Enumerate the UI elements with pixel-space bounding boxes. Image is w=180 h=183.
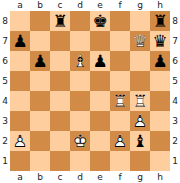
- rank-label-right-7: 7: [170, 31, 180, 51]
- square-e5[interactable]: [90, 71, 110, 91]
- piece-white-pawn[interactable]: ♟♙: [110, 131, 130, 151]
- rank-label-right-5: 5: [170, 71, 180, 91]
- square-d3[interactable]: [70, 111, 90, 131]
- square-g8[interactable]: [130, 11, 150, 31]
- file-label-bottom-b: b: [30, 171, 50, 183]
- rank-label-left-6: 6: [0, 51, 10, 71]
- square-c3[interactable]: [50, 111, 70, 131]
- square-b5[interactable]: [30, 71, 50, 91]
- rank-label-left-7: 7: [0, 31, 10, 51]
- piece-white-queen[interactable]: ♛♕: [130, 31, 150, 51]
- square-e8[interactable]: ♚: [90, 11, 110, 31]
- board-corner-spacer: [0, 0, 10, 11]
- square-f3[interactable]: [110, 111, 130, 131]
- rank-label-left-1: 1: [0, 151, 10, 171]
- square-g3[interactable]: ♟♙: [130, 111, 150, 131]
- square-a1[interactable]: [10, 151, 30, 171]
- piece-white-king[interactable]: ♚♔: [70, 131, 90, 151]
- piece-white-rook-outline: ♖: [110, 91, 130, 111]
- rank-label-left-2: 2: [0, 131, 10, 151]
- square-h5[interactable]: [150, 71, 170, 91]
- square-d2[interactable]: ♚♔: [70, 131, 90, 151]
- piece-white-queen-outline: ♕: [130, 31, 150, 51]
- square-f6[interactable]: [110, 51, 130, 71]
- piece-white-pawn[interactable]: ♟♙: [10, 131, 30, 151]
- piece-white-bishop[interactable]: ♝♗: [70, 51, 90, 71]
- square-g5[interactable]: [130, 71, 150, 91]
- square-f5[interactable]: [110, 71, 130, 91]
- file-label-top-g: g: [130, 0, 150, 11]
- chess-board: abcdefgh8♜♚♜87♟♛♕♛76♟♝♗♟♟6554♜♖♜♖43♟♙32♟…: [0, 0, 180, 183]
- piece-black-pawn[interactable]: ♟: [152, 53, 167, 70]
- piece-white-pawn-outline: ♙: [110, 131, 130, 151]
- piece-white-pawn-outline: ♙: [10, 131, 30, 151]
- square-h7[interactable]: ♛: [150, 31, 170, 51]
- file-label-bottom-g: g: [130, 171, 150, 183]
- square-e2[interactable]: [90, 131, 110, 151]
- piece-white-bishop-outline: ♗: [70, 51, 90, 71]
- file-label-top-h: h: [150, 0, 170, 11]
- square-e7[interactable]: [90, 31, 110, 51]
- square-a8[interactable]: [10, 11, 30, 31]
- piece-white-rook[interactable]: ♜♖: [110, 91, 130, 111]
- piece-black-bishop[interactable]: ♝: [132, 133, 147, 150]
- piece-black-rook[interactable]: ♜: [52, 13, 67, 30]
- square-f1[interactable]: [110, 151, 130, 171]
- square-e1[interactable]: [90, 151, 110, 171]
- square-b3[interactable]: [30, 111, 50, 131]
- file-label-bottom-h: h: [150, 171, 170, 183]
- piece-white-pawn-outline: ♙: [130, 111, 150, 131]
- file-label-top-a: a: [10, 0, 30, 11]
- square-f4[interactable]: ♜♖: [110, 91, 130, 111]
- square-b1[interactable]: [30, 151, 50, 171]
- square-h8[interactable]: ♜: [150, 11, 170, 31]
- square-c5[interactable]: [50, 71, 70, 91]
- rank-label-left-8: 8: [0, 11, 10, 31]
- square-e4[interactable]: [90, 91, 110, 111]
- square-h3[interactable]: [150, 111, 170, 131]
- square-a4[interactable]: [10, 91, 30, 111]
- square-a6[interactable]: [10, 51, 30, 71]
- file-label-bottom-d: d: [70, 171, 90, 183]
- piece-black-rook[interactable]: ♜: [152, 13, 167, 30]
- square-d5[interactable]: [70, 71, 90, 91]
- square-h4[interactable]: [150, 91, 170, 111]
- board-corner-spacer: [0, 171, 10, 183]
- piece-white-king-outline: ♔: [70, 131, 90, 151]
- square-b6[interactable]: ♟: [30, 51, 50, 71]
- square-c6[interactable]: [50, 51, 70, 71]
- square-h1[interactable]: [150, 151, 170, 171]
- piece-black-king[interactable]: ♚: [92, 13, 107, 30]
- square-f7[interactable]: [110, 31, 130, 51]
- rank-label-right-3: 3: [170, 111, 180, 131]
- file-label-bottom-a: a: [10, 171, 30, 183]
- square-d6[interactable]: ♝♗: [70, 51, 90, 71]
- piece-white-rook-outline: ♖: [130, 91, 150, 111]
- square-h6[interactable]: ♟: [150, 51, 170, 71]
- square-f8[interactable]: [110, 11, 130, 31]
- square-e3[interactable]: [90, 111, 110, 131]
- rank-label-right-8: 8: [170, 11, 180, 31]
- square-d7[interactable]: [70, 31, 90, 51]
- rank-label-right-6: 6: [170, 51, 180, 71]
- square-a2[interactable]: ♟♙: [10, 131, 30, 151]
- square-a7[interactable]: ♟: [10, 31, 30, 51]
- square-g7[interactable]: ♛♕: [130, 31, 150, 51]
- piece-black-queen[interactable]: ♛: [152, 33, 167, 50]
- square-g2[interactable]: ♝: [130, 131, 150, 151]
- file-label-bottom-c: c: [50, 171, 70, 183]
- square-c1[interactable]: [50, 151, 70, 171]
- rank-label-right-1: 1: [170, 151, 180, 171]
- file-label-top-d: d: [70, 0, 90, 11]
- piece-white-pawn[interactable]: ♟♙: [130, 111, 150, 131]
- board-corner-spacer: [170, 171, 180, 183]
- square-a5[interactable]: [10, 71, 30, 91]
- square-g4[interactable]: ♜♖: [130, 91, 150, 111]
- file-label-top-f: f: [110, 0, 130, 11]
- square-b8[interactable]: [30, 11, 50, 31]
- square-c4[interactable]: [50, 91, 70, 111]
- rank-label-left-4: 4: [0, 91, 10, 111]
- square-g1[interactable]: [130, 151, 150, 171]
- square-c8[interactable]: ♜: [50, 11, 70, 31]
- piece-black-pawn[interactable]: ♟: [92, 53, 107, 70]
- piece-white-rook[interactable]: ♜♖: [130, 91, 150, 111]
- square-a3[interactable]: [10, 111, 30, 131]
- file-label-top-c: c: [50, 0, 70, 11]
- rank-label-right-2: 2: [170, 131, 180, 151]
- rank-label-left-3: 3: [0, 111, 10, 131]
- square-b4[interactable]: [30, 91, 50, 111]
- rank-label-left-5: 5: [0, 71, 10, 91]
- square-d4[interactable]: [70, 91, 90, 111]
- rank-label-right-4: 4: [170, 91, 180, 111]
- square-d1[interactable]: [70, 151, 90, 171]
- square-c7[interactable]: [50, 31, 70, 51]
- square-c2[interactable]: [50, 131, 70, 151]
- piece-black-pawn[interactable]: ♟: [12, 33, 27, 50]
- file-label-top-e: e: [90, 0, 110, 11]
- square-b2[interactable]: [30, 131, 50, 151]
- file-label-bottom-e: e: [90, 171, 110, 183]
- piece-black-pawn[interactable]: ♟: [32, 53, 47, 70]
- board-corner-spacer: [170, 0, 180, 11]
- square-b7[interactable]: [30, 31, 50, 51]
- file-label-top-b: b: [30, 0, 50, 11]
- square-f2[interactable]: ♟♙: [110, 131, 130, 151]
- file-label-bottom-f: f: [110, 171, 130, 183]
- square-d8[interactable]: [70, 11, 90, 31]
- square-h2[interactable]: [150, 131, 170, 151]
- square-e6[interactable]: ♟: [90, 51, 110, 71]
- square-g6[interactable]: [130, 51, 150, 71]
